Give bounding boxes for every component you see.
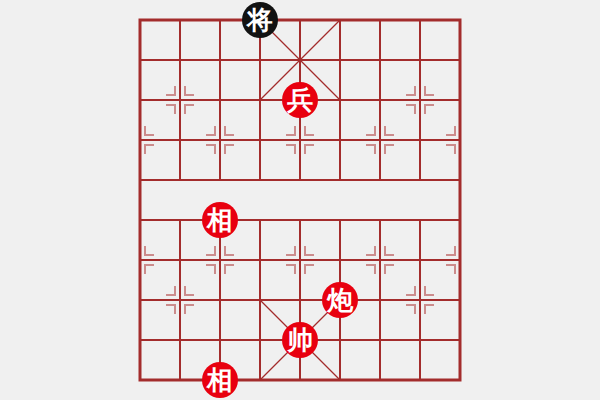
xiangqi-board: 将兵相炮帅相 [0, 0, 600, 400]
red-elephant[interactable]: 相 [202, 202, 238, 238]
red-soldier[interactable]: 兵 [282, 82, 318, 118]
pieces-layer: 将兵相炮帅相 [120, 0, 480, 400]
red-general[interactable]: 帅 [282, 322, 318, 358]
red-cannon[interactable]: 炮 [322, 282, 358, 318]
black-general[interactable]: 将 [242, 2, 278, 38]
red-elephant-2[interactable]: 相 [202, 362, 238, 398]
